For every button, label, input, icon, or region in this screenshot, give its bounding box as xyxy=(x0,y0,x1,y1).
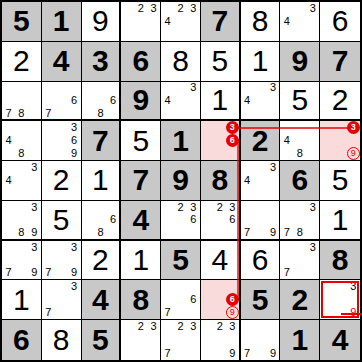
cell-r6c2[interactable]: 5 xyxy=(42,201,82,241)
candidate-9: 9 xyxy=(226,347,239,360)
cell-r9c5[interactable]: 237 xyxy=(161,320,201,360)
cell-r5c8[interactable]: 6 xyxy=(280,161,320,201)
cell-r5c1[interactable]: 34 xyxy=(2,161,42,201)
cell-r2c5[interactable]: 8 xyxy=(161,42,201,82)
candidate-cell: 6 xyxy=(226,134,239,147)
candidate-cell: 3 xyxy=(347,121,360,134)
pencil-marks: 79 xyxy=(241,201,280,239)
candidate-2: 2 xyxy=(213,201,226,214)
given-digit: 6 xyxy=(280,161,319,200)
cell-r9c1[interactable]: 6 xyxy=(2,320,42,360)
pencil-marks: 48 xyxy=(280,121,319,160)
cell-r5c3[interactable]: 1 xyxy=(82,161,122,201)
cell-r4c8[interactable]: 48 xyxy=(280,121,320,161)
cell-r2c6[interactable]: 5 xyxy=(201,42,241,82)
cell-r7c9[interactable]: 8 xyxy=(320,241,360,281)
pencil-marks: 236 xyxy=(201,201,239,239)
given-digit: 7 xyxy=(201,2,239,41)
cell-r4c7[interactable]: 2 xyxy=(241,121,281,161)
solved-digit: 8 xyxy=(42,320,81,360)
cell-r8c6[interactable]: 69 xyxy=(201,280,241,320)
candidate-3: 3 xyxy=(187,320,200,333)
chain-node-3: 3 xyxy=(226,121,239,134)
cell-r4c6[interactable]: 36 xyxy=(201,121,241,161)
cell-r2c3[interactable]: 3 xyxy=(82,42,122,82)
candidate-8: 8 xyxy=(293,147,306,160)
cell-r2c2[interactable]: 4 xyxy=(42,42,82,82)
given-digit: 4 xyxy=(320,320,360,360)
pencil-marks: 67 xyxy=(42,82,81,120)
candidate-3: 3 xyxy=(68,121,81,134)
candidate-3: 3 xyxy=(28,241,41,254)
chain-node-9: 9 xyxy=(347,147,360,160)
candidate-4: 4 xyxy=(2,134,15,147)
candidate-3: 3 xyxy=(147,320,160,333)
solved-digit: 5 xyxy=(201,42,239,81)
cell-r2c7[interactable]: 1 xyxy=(241,42,281,82)
pencil-marks: 67 xyxy=(161,280,200,319)
cell-r4c1[interactable]: 48 xyxy=(2,121,42,161)
candidate-4: 4 xyxy=(241,174,254,187)
cell-r7c3[interactable]: 2 xyxy=(82,241,122,281)
cell-r2c4[interactable]: 6 xyxy=(121,42,161,82)
candidate-cell: 9 xyxy=(347,147,360,160)
pencil-marks: 237 xyxy=(161,320,200,360)
pencil-marks: 34 xyxy=(2,161,41,200)
sudoku-board: 5192323478346243685197786768934134524836… xyxy=(0,0,362,362)
candidate-2: 2 xyxy=(174,2,187,15)
solved-digit: 4 xyxy=(201,241,239,280)
cell-r1c4[interactable]: 23 xyxy=(121,2,161,42)
candidate-4: 4 xyxy=(280,134,293,147)
candidate-7: 7 xyxy=(161,306,174,319)
cell-r9c4[interactable]: 23 xyxy=(121,320,161,360)
cell-r6c3[interactable]: 68 xyxy=(82,201,122,241)
given-digit: 4 xyxy=(42,42,81,81)
given-digit: 3 xyxy=(82,42,120,81)
candidate-6: 6 xyxy=(68,94,81,107)
solved-digit: 8 xyxy=(241,2,280,41)
candidate-3: 3 xyxy=(28,201,41,214)
pencil-marks: 68 xyxy=(82,82,120,120)
cell-r1c5[interactable]: 234 xyxy=(161,2,201,42)
given-digit: 8 xyxy=(201,161,239,200)
cell-r8c4[interactable]: 8 xyxy=(121,280,161,320)
cell-r5c9[interactable]: 5 xyxy=(320,161,360,201)
solved-digit: 6 xyxy=(241,241,280,280)
pencil-marks: 78 xyxy=(2,82,41,120)
solved-digit: 8 xyxy=(161,42,200,81)
cell-r9c6[interactable]: 239 xyxy=(201,320,241,360)
cell-r5c5[interactable]: 9 xyxy=(161,161,201,201)
cell-r3c3[interactable]: 68 xyxy=(82,82,122,122)
cell-r6c5[interactable]: 236 xyxy=(161,201,201,241)
given-digit: 4 xyxy=(121,201,160,239)
cell-r3c5[interactable]: 34 xyxy=(161,82,201,122)
solved-digit: 1 xyxy=(320,201,360,239)
solved-digit: 2 xyxy=(320,82,360,120)
pencil-marks: 36 xyxy=(201,121,239,160)
candidate-2: 2 xyxy=(134,320,147,333)
solved-digit: 5 xyxy=(121,121,160,160)
cell-r4c9[interactable]: 39 xyxy=(320,121,360,161)
candidate-8: 8 xyxy=(94,107,107,120)
cell-r5c7[interactable]: 34 xyxy=(241,161,281,201)
given-digit: 5 xyxy=(241,280,280,319)
given-digit: 9 xyxy=(280,42,319,81)
cell-r2c1[interactable]: 2 xyxy=(2,42,42,82)
candidate-8: 8 xyxy=(94,226,107,239)
pencil-marks: 37 xyxy=(42,280,81,319)
pencil-marks: 34 xyxy=(280,2,319,41)
cell-r7c1[interactable]: 379 xyxy=(2,241,42,281)
candidate-9: 9 xyxy=(267,347,280,360)
cell-r6c4[interactable]: 4 xyxy=(121,201,161,241)
given-digit: 1 xyxy=(161,121,200,160)
pencil-marks: 48 xyxy=(2,121,41,160)
candidate-4: 4 xyxy=(280,15,293,28)
candidate-3: 3 xyxy=(28,161,41,174)
cell-r1c1[interactable]: 5 xyxy=(2,2,42,42)
cell-r8c7[interactable]: 5 xyxy=(241,280,281,320)
cell-r9c8[interactable]: 1 xyxy=(280,320,320,360)
cell-r8c1[interactable]: 1 xyxy=(2,280,42,320)
candidate-6: 6 xyxy=(68,134,81,147)
cell-r5c4[interactable]: 7 xyxy=(121,161,161,201)
cell-r8c5[interactable]: 67 xyxy=(161,280,201,320)
chain-node-3: 3 xyxy=(347,121,360,134)
candidate-8: 8 xyxy=(15,147,28,160)
cell-r3c1[interactable]: 78 xyxy=(2,82,42,122)
cell-r7c8[interactable]: 37 xyxy=(280,241,320,281)
cell-r9c9[interactable]: 4 xyxy=(320,320,360,360)
cell-r5c2[interactable]: 2 xyxy=(42,161,82,201)
cell-r8c3[interactable]: 4 xyxy=(82,280,122,320)
pencil-marks: 23 xyxy=(121,320,160,360)
cell-r9c7[interactable]: 79 xyxy=(241,320,281,360)
cell-r9c2[interactable]: 8 xyxy=(42,320,82,360)
pencil-marks: 369 xyxy=(42,121,81,160)
candidate-3: 3 xyxy=(306,241,319,254)
solved-digit: 2 xyxy=(82,241,120,280)
cell-r8c8[interactable]: 2 xyxy=(280,280,320,320)
candidate-3: 3 xyxy=(68,280,81,293)
given-digit: 2 xyxy=(241,121,280,160)
cell-r1c8[interactable]: 34 xyxy=(280,2,320,42)
candidate-3: 3 xyxy=(226,320,239,333)
chain-node-6: 6 xyxy=(226,134,239,147)
candidate-7: 7 xyxy=(2,107,15,120)
cell-r2c8[interactable]: 9 xyxy=(280,42,320,82)
given-digit: 5 xyxy=(2,2,41,41)
candidate-4: 4 xyxy=(161,94,174,107)
candidate-cell: 9 xyxy=(226,306,239,319)
given-digit: 5 xyxy=(161,241,200,280)
solved-digit: 9 xyxy=(82,2,120,41)
candidate-3: 3 xyxy=(147,2,160,15)
given-digit: 7 xyxy=(320,42,360,81)
solved-digit: 1 xyxy=(82,161,120,200)
candidate-7: 7 xyxy=(42,306,55,319)
candidate-6: 6 xyxy=(107,94,120,107)
candidate-4: 4 xyxy=(241,94,254,107)
candidate-8: 8 xyxy=(15,107,28,120)
candidate-2: 2 xyxy=(213,320,226,333)
candidate-3: 3 xyxy=(347,280,360,293)
pencil-marks: 34 xyxy=(241,82,280,120)
cell-r3c7[interactable]: 34 xyxy=(241,82,281,122)
candidate-7: 7 xyxy=(42,107,55,120)
candidate-7: 7 xyxy=(2,267,15,280)
solved-digit: 6 xyxy=(320,2,360,41)
solved-digit: 1 xyxy=(121,241,160,280)
pencil-marks: 79 xyxy=(241,320,280,360)
cell-r8c2[interactable]: 37 xyxy=(42,280,82,320)
pencil-marks: 236 xyxy=(161,201,200,239)
cell-r3c2[interactable]: 67 xyxy=(42,82,82,122)
solved-digit: 5 xyxy=(42,201,81,239)
pencil-marks: 234 xyxy=(161,2,200,41)
cell-r4c2[interactable]: 369 xyxy=(42,121,82,161)
cell-r2c9[interactable]: 7 xyxy=(320,42,360,82)
given-digit: 1 xyxy=(42,2,81,41)
given-digit: 1 xyxy=(280,320,319,360)
candidate-7: 7 xyxy=(42,267,55,280)
cell-r7c2[interactable]: 379 xyxy=(42,241,82,281)
candidate-6: 6 xyxy=(187,293,200,306)
cell-r7c6[interactable]: 4 xyxy=(201,241,241,281)
candidate-7: 7 xyxy=(241,347,254,360)
candidate-9: 9 xyxy=(267,226,280,239)
cell-r7c4[interactable]: 1 xyxy=(121,241,161,281)
cell-r1c7[interactable]: 8 xyxy=(241,2,281,42)
cell-r1c2[interactable]: 1 xyxy=(42,2,82,42)
given-digit: 6 xyxy=(2,320,41,360)
candidate-9: 9 xyxy=(68,147,81,160)
candidate-3: 3 xyxy=(306,2,319,15)
candidate-6: 6 xyxy=(226,213,239,226)
candidate-7: 7 xyxy=(241,226,254,239)
candidate-9: 9 xyxy=(28,267,41,280)
candidate-9: 9 xyxy=(28,226,41,239)
given-digit: 7 xyxy=(82,121,120,160)
solved-digit: 1 xyxy=(201,82,239,120)
candidate-3: 3 xyxy=(267,161,280,174)
candidate-6: 6 xyxy=(107,213,120,226)
cell-r3c8[interactable]: 5 xyxy=(280,82,320,122)
pencil-marks: 379 xyxy=(2,241,41,280)
pencil-marks: 378 xyxy=(280,201,319,239)
candidate-6: 6 xyxy=(187,213,200,226)
given-digit: 5 xyxy=(82,320,120,360)
candidate-7: 7 xyxy=(280,226,293,239)
candidate-4: 4 xyxy=(2,174,15,187)
given-digit: 9 xyxy=(161,161,200,200)
given-digit: 8 xyxy=(121,280,160,319)
given-digit: 4 xyxy=(82,280,120,319)
cell-r4c5[interactable]: 1 xyxy=(161,121,201,161)
solved-digit: 5 xyxy=(320,161,360,200)
cell-r6c1[interactable]: 389 xyxy=(2,201,42,241)
cell-r1c9[interactable]: 6 xyxy=(320,2,360,42)
candidate-3: 3 xyxy=(306,201,319,214)
candidate-cell: 6 xyxy=(226,293,239,306)
cell-r9c3[interactable]: 5 xyxy=(82,320,122,360)
given-digit: 9 xyxy=(121,82,160,120)
pencil-marks: 68 xyxy=(82,201,120,239)
cell-r6c8[interactable]: 378 xyxy=(280,201,320,241)
pencil-marks: 69 xyxy=(201,280,239,319)
pencil-marks: 379 xyxy=(42,241,81,280)
candidate-8: 8 xyxy=(15,226,28,239)
cell-r4c3[interactable]: 7 xyxy=(82,121,122,161)
cell-r3c6[interactable]: 1 xyxy=(201,82,241,122)
chain-node-6: 6 xyxy=(226,293,239,306)
given-digit: 2 xyxy=(280,280,319,319)
cell-r3c9[interactable]: 2 xyxy=(320,82,360,122)
pencil-marks: 34 xyxy=(241,161,280,200)
eliminated-candidate-9: 9 xyxy=(347,306,360,319)
candidate-8: 8 xyxy=(293,226,306,239)
solved-digit: 1 xyxy=(241,42,280,81)
cell-r7c5[interactable]: 5 xyxy=(161,241,201,281)
candidate-7: 7 xyxy=(161,347,174,360)
cell-r1c3[interactable]: 9 xyxy=(82,2,122,42)
given-digit: 8 xyxy=(320,241,360,280)
pencil-marks: 239 xyxy=(201,320,239,360)
candidate-3: 3 xyxy=(267,82,280,95)
pencil-marks: 389 xyxy=(2,201,41,239)
candidate-cell: 3 xyxy=(226,121,239,134)
cell-r5c6[interactable]: 8 xyxy=(201,161,241,201)
chain-node-9: 9 xyxy=(226,306,239,319)
candidate-2: 2 xyxy=(174,201,187,214)
candidate-4: 4 xyxy=(161,15,174,28)
pencil-marks: 39 xyxy=(320,121,360,160)
cell-r8c9[interactable]: 39 xyxy=(320,280,360,320)
candidate-3: 3 xyxy=(187,2,200,15)
candidate-2: 2 xyxy=(174,320,187,333)
candidate-9: 9 xyxy=(68,267,81,280)
pencil-marks: 37 xyxy=(280,241,319,280)
candidate-3: 3 xyxy=(226,201,239,214)
cell-r6c6[interactable]: 236 xyxy=(201,201,241,241)
candidate-3: 3 xyxy=(187,201,200,214)
pencil-marks: 34 xyxy=(161,82,200,120)
cell-r6c9[interactable]: 1 xyxy=(320,201,360,241)
candidate-3: 3 xyxy=(187,82,200,95)
given-digit: 6 xyxy=(121,42,160,81)
cell-r3c4[interactable]: 9 xyxy=(121,82,161,122)
given-digit: 7 xyxy=(121,161,160,200)
cell-r6c7[interactable]: 79 xyxy=(241,201,281,241)
candidate-2: 2 xyxy=(134,2,147,15)
solved-digit: 2 xyxy=(2,42,41,81)
pencil-marks: 39 xyxy=(320,280,360,319)
candidate-7: 7 xyxy=(280,267,293,280)
pencil-marks: 23 xyxy=(121,2,160,41)
cell-r1c6[interactable]: 7 xyxy=(201,2,241,42)
solved-digit: 1 xyxy=(2,280,41,319)
cell-r4c4[interactable]: 5 xyxy=(121,121,161,161)
candidate-3: 3 xyxy=(68,241,81,254)
cell-r7c7[interactable]: 6 xyxy=(241,241,281,281)
solved-digit: 2 xyxy=(42,161,81,200)
solved-digit: 5 xyxy=(280,82,319,120)
